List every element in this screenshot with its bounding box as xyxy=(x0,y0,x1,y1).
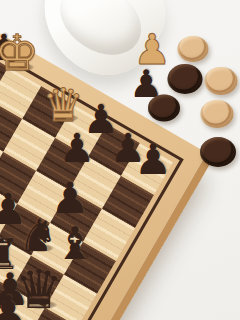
draughts-disc-dark[interactable] xyxy=(148,95,180,122)
piece-white-king[interactable]: ♚ xyxy=(0,28,39,78)
draughts-disc-light[interactable] xyxy=(205,67,238,95)
piece-black-pawn[interactable]: ♟ xyxy=(134,139,172,181)
piece-white-queen[interactable]: ♛ xyxy=(42,82,83,128)
piece-black-pawn[interactable]: ♟ xyxy=(59,128,95,168)
draughts-disc-light[interactable] xyxy=(201,100,234,128)
piece-black-pawn[interactable]: ♟ xyxy=(0,289,29,320)
product-photo-scene: ♟♟♚♟♛♟♟♟♟♟♟♞♝♜♟♛♟ xyxy=(0,0,240,320)
draughts-disc-light[interactable] xyxy=(178,36,209,62)
piece-black-knight[interactable]: ♞ xyxy=(18,213,58,258)
draughts-disc-dark[interactable] xyxy=(200,137,236,167)
draughts-disc-dark[interactable] xyxy=(168,64,203,94)
